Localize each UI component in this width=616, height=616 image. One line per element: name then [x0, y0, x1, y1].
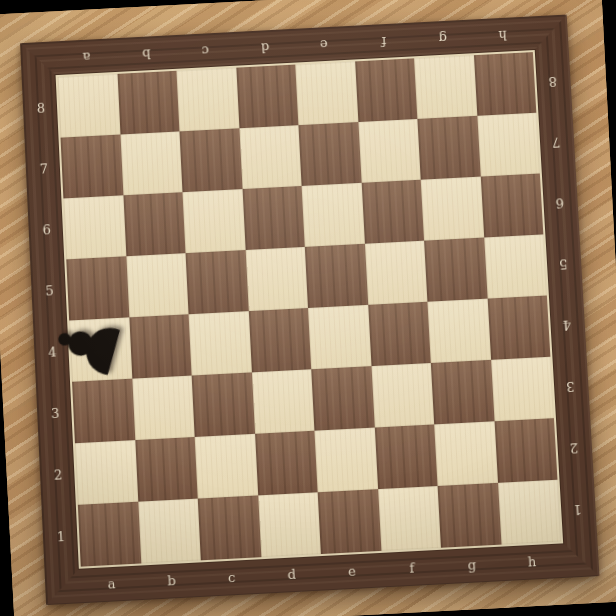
square-d5[interactable]: [245, 247, 308, 311]
square-a2[interactable]: [75, 440, 138, 505]
square-f8[interactable]: [355, 58, 418, 122]
square-e5[interactable]: [305, 244, 368, 308]
coord-file-bottom-h: h: [501, 541, 563, 581]
square-a4[interactable]: ♟: [69, 317, 132, 381]
square-f5[interactable]: [364, 241, 427, 305]
square-g3[interactable]: [431, 360, 494, 425]
board-field: ♟: [58, 52, 561, 567]
square-d4[interactable]: [248, 308, 311, 372]
square-a3[interactable]: [72, 379, 135, 444]
square-d3[interactable]: [251, 369, 314, 434]
square-d7[interactable]: [239, 125, 302, 189]
square-d8[interactable]: [236, 65, 299, 129]
coord-file-bottom-b: b: [141, 560, 203, 600]
square-h2[interactable]: [494, 418, 557, 483]
coord-file-bottom-e: e: [321, 551, 383, 591]
square-c6[interactable]: [182, 189, 245, 253]
coord-file-bottom-f: f: [381, 548, 443, 588]
square-h7[interactable]: [477, 113, 540, 177]
coord-file-top-e: e: [293, 26, 354, 65]
square-h6[interactable]: [480, 173, 543, 237]
square-h4[interactable]: [487, 295, 550, 359]
coord-file-top-h: h: [471, 16, 532, 55]
square-f6[interactable]: [361, 180, 424, 244]
square-c8[interactable]: [176, 68, 238, 132]
square-h5[interactable]: [484, 234, 547, 298]
square-a6[interactable]: [63, 195, 126, 259]
coord-file-top-b: b: [115, 35, 176, 74]
square-c3[interactable]: [192, 372, 255, 437]
square-h3[interactable]: [491, 357, 554, 422]
square-g6[interactable]: [421, 177, 484, 241]
square-e8[interactable]: [295, 61, 358, 125]
coord-file-bottom-g: g: [441, 545, 503, 585]
square-d2[interactable]: [255, 431, 318, 496]
square-f4[interactable]: [368, 302, 431, 366]
square-b3[interactable]: [132, 376, 195, 441]
coord-file-bottom-d: d: [261, 554, 323, 594]
square-e7[interactable]: [298, 122, 361, 186]
square-c7[interactable]: [179, 128, 242, 192]
square-g8[interactable]: [414, 55, 477, 119]
square-e4[interactable]: [308, 305, 371, 369]
square-c4[interactable]: [189, 311, 252, 375]
square-g4[interactable]: [427, 299, 490, 363]
square-e1[interactable]: [318, 489, 381, 554]
square-e2[interactable]: [314, 428, 377, 493]
square-c5[interactable]: [186, 250, 249, 314]
square-b6[interactable]: [123, 192, 186, 256]
square-g7[interactable]: [417, 116, 480, 180]
coord-file-top-g: g: [412, 20, 473, 59]
square-b4[interactable]: [129, 314, 192, 378]
coord-file-bottom-c: c: [201, 557, 263, 597]
photo-canvas: abcdefgh abcdefgh 87654321 87654321 ♟: [0, 0, 616, 616]
black-pawn-a4[interactable]: ♟: [50, 308, 125, 382]
chess-board: abcdefgh abcdefgh 87654321 87654321 ♟: [20, 15, 599, 606]
square-d6[interactable]: [242, 186, 305, 250]
square-b8[interactable]: [117, 71, 179, 135]
square-h1[interactable]: [498, 480, 562, 545]
square-a7[interactable]: [61, 135, 123, 199]
square-b7[interactable]: [120, 131, 183, 195]
square-g5[interactable]: [424, 238, 487, 302]
square-c1[interactable]: [198, 495, 261, 560]
square-b5[interactable]: [126, 253, 189, 317]
square-c2[interactable]: [195, 434, 258, 499]
square-g1[interactable]: [438, 483, 501, 548]
square-b2[interactable]: [135, 437, 198, 502]
coord-file-top-c: c: [175, 32, 236, 71]
square-h8[interactable]: [473, 52, 536, 116]
square-d1[interactable]: [258, 492, 321, 557]
square-e6[interactable]: [302, 183, 365, 247]
coord-file-top-f: f: [353, 23, 414, 62]
square-f7[interactable]: [358, 119, 421, 183]
square-f3[interactable]: [371, 363, 434, 428]
square-a1[interactable]: [78, 502, 141, 567]
square-a8[interactable]: [58, 74, 120, 138]
square-b1[interactable]: [138, 499, 201, 564]
coord-file-top-a: a: [56, 38, 117, 77]
coord-file-top-d: d: [234, 29, 295, 68]
table-surface: abcdefgh abcdefgh 87654321 87654321 ♟: [0, 0, 616, 616]
square-f1[interactable]: [378, 486, 441, 551]
square-e3[interactable]: [311, 366, 374, 431]
coord-file-bottom-a: a: [81, 563, 143, 603]
square-g2[interactable]: [434, 421, 497, 486]
square-f2[interactable]: [374, 424, 437, 489]
